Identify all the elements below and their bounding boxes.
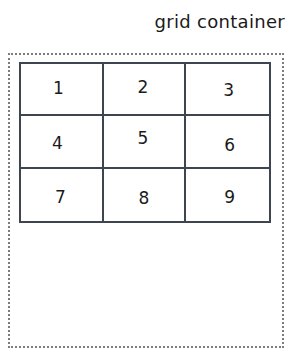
grid-cell-1: 1: [21, 64, 104, 116]
grid-cell-9: 9: [186, 169, 269, 221]
cell-number: 5: [138, 128, 149, 148]
grid-cell-5: 5: [104, 116, 187, 168]
grid-cell-4: 4: [21, 116, 104, 168]
cell-number: 6: [224, 135, 235, 155]
grid-cell-6: 6: [186, 116, 269, 168]
cell-number: 9: [224, 187, 235, 207]
grid-cell-2: 2: [104, 64, 187, 116]
cell-number: 3: [223, 80, 234, 100]
grid-container-outline: 1 2 3 4 5 6 7 8 9: [8, 53, 284, 348]
cell-number: 7: [55, 187, 66, 207]
cell-number: 8: [139, 188, 150, 208]
grid-cell-8: 8: [104, 169, 187, 221]
cell-number: 4: [52, 133, 63, 153]
grid-cell-3: 3: [186, 64, 269, 116]
cell-number: 1: [53, 78, 64, 98]
grid-cell-7: 7: [21, 169, 104, 221]
grid-container-label: grid container: [155, 10, 285, 34]
grid: 1 2 3 4 5 6 7 8 9: [19, 62, 271, 223]
cell-number: 2: [138, 77, 149, 97]
